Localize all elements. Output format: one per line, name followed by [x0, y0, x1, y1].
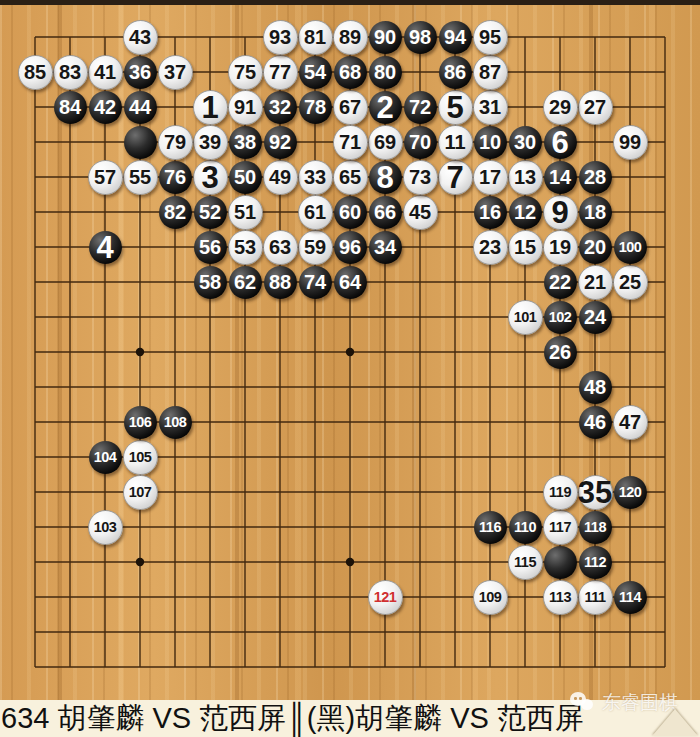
stone-81: 81 [298, 20, 333, 55]
stone-35: 35 [578, 475, 613, 510]
move-number: 88 [269, 272, 291, 292]
stone-29: 29 [543, 90, 578, 125]
move-number: 113 [549, 590, 571, 605]
move-number: 66 [374, 202, 396, 222]
move-number: 114 [619, 590, 641, 605]
move-number: 7 [446, 162, 463, 193]
move-number: 5 [446, 92, 463, 123]
stone-26: 26 [544, 336, 577, 369]
move-number: 73 [409, 167, 431, 187]
stone-17: 17 [473, 160, 508, 195]
stone-86: 86 [439, 56, 472, 89]
move-number: 38 [234, 132, 256, 152]
stone-107: 107 [123, 475, 158, 510]
stone-56: 56 [194, 231, 227, 264]
stone-121: 121 [368, 580, 403, 615]
stone-25: 25 [613, 265, 648, 300]
move-number: 27 [584, 97, 606, 117]
move-number: 92 [269, 132, 291, 152]
stone-33: 33 [298, 160, 333, 195]
move-number: 11 [444, 132, 465, 152]
stone-45: 45 [403, 195, 438, 230]
stone-109: 109 [473, 580, 508, 615]
stone-48: 48 [579, 371, 612, 404]
move-number: 76 [164, 167, 186, 187]
move-number: 96 [339, 237, 361, 257]
stone-62: 62 [229, 266, 262, 299]
stone-75: 75 [228, 55, 263, 90]
move-number: 4 [96, 232, 113, 263]
stone-61: 61 [298, 195, 333, 230]
stone-115: 115 [508, 545, 543, 580]
stone-50: 50 [229, 161, 262, 194]
stone-52: 52 [194, 196, 227, 229]
move-number: 82 [164, 202, 186, 222]
stone-53: 53 [228, 230, 263, 265]
stone-68: 68 [334, 56, 367, 89]
move-number: 26 [549, 342, 571, 362]
move-number: 29 [549, 97, 571, 117]
move-number: 63 [269, 237, 291, 257]
stone-101: 101 [508, 300, 543, 335]
scroll-top-button[interactable] [652, 709, 698, 736]
move-number: 112 [584, 555, 606, 570]
move-number: 109 [479, 590, 502, 605]
stone-57: 57 [88, 160, 123, 195]
move-number: 62 [234, 272, 256, 292]
stone-28: 28 [579, 161, 612, 194]
move-number: 17 [479, 167, 501, 187]
move-number: 110 [514, 520, 536, 535]
stone-58: 58 [194, 266, 227, 299]
move-number: 119 [549, 485, 571, 500]
stone-12: 12 [509, 196, 542, 229]
stones-layer: 1234567891011121314151617181920212223242… [18, 20, 683, 685]
move-number: 89 [339, 27, 361, 47]
move-number: 95 [479, 27, 501, 47]
move-number: 77 [269, 62, 291, 82]
stone-93: 93 [263, 20, 298, 55]
stone-106: 106 [124, 406, 157, 439]
stone-69: 69 [368, 125, 403, 160]
stone-51: 51 [228, 195, 263, 230]
setup-stone [124, 126, 157, 159]
stone-47: 47 [613, 405, 648, 440]
stone-108: 108 [159, 406, 192, 439]
move-number: 33 [304, 167, 326, 187]
move-number: 93 [269, 27, 291, 47]
stone-77: 77 [263, 55, 298, 90]
stone-110: 110 [509, 511, 542, 544]
move-number: 14 [549, 167, 571, 187]
stone-113: 113 [543, 580, 578, 615]
stone-84: 84 [54, 91, 87, 124]
move-number: 70 [409, 132, 431, 152]
stone-60: 60 [334, 196, 367, 229]
move-number: 120 [619, 485, 642, 500]
move-number: 79 [164, 132, 186, 152]
move-number: 22 [549, 272, 571, 292]
move-number: 15 [514, 237, 536, 257]
stone-32: 32 [264, 91, 297, 124]
move-number: 43 [129, 27, 151, 47]
move-number: 80 [374, 62, 396, 82]
move-number: 42 [94, 97, 116, 117]
stone-92: 92 [264, 126, 297, 159]
stone-87: 87 [473, 55, 508, 90]
move-number: 117 [549, 520, 571, 535]
move-number: 56 [199, 237, 221, 257]
stone-96: 96 [334, 231, 367, 264]
move-number: 64 [339, 272, 361, 292]
stone-15: 15 [508, 230, 543, 265]
move-number: 94 [444, 27, 466, 47]
stone-13: 13 [508, 160, 543, 195]
stone-23: 23 [473, 230, 508, 265]
move-number: 19 [549, 237, 571, 257]
stone-6: 6 [544, 126, 577, 159]
stone-30: 30 [509, 126, 542, 159]
stone-11: 11 [438, 125, 473, 160]
move-number: 98 [409, 27, 431, 47]
move-number: 68 [339, 62, 361, 82]
move-number: 37 [164, 62, 186, 82]
move-number: 107 [129, 485, 152, 500]
stone-76: 76 [159, 161, 192, 194]
stone-105: 105 [123, 440, 158, 475]
stone-99: 99 [613, 125, 648, 160]
move-number: 13 [514, 167, 536, 187]
move-number: 84 [59, 97, 81, 117]
stone-20: 20 [579, 231, 612, 264]
stone-85: 85 [18, 55, 53, 90]
move-number: 55 [129, 167, 151, 187]
stone-43: 43 [123, 20, 158, 55]
move-number: 115 [514, 555, 536, 570]
move-number: 41 [94, 62, 116, 82]
stone-42: 42 [89, 91, 122, 124]
move-number: 75 [234, 62, 256, 82]
move-number: 83 [59, 62, 81, 82]
move-number: 118 [584, 520, 606, 535]
stone-46: 46 [579, 406, 612, 439]
stone-79: 79 [158, 125, 193, 160]
move-number: 12 [514, 202, 536, 222]
move-number: 32 [269, 97, 291, 117]
stone-37: 37 [158, 55, 193, 90]
stone-54: 54 [299, 56, 332, 89]
stone-65: 65 [333, 160, 368, 195]
stone-44: 44 [124, 91, 157, 124]
stone-10: 10 [474, 126, 507, 159]
stone-111: 111 [578, 580, 613, 615]
move-number: 91 [234, 97, 256, 117]
stone-118: 118 [579, 511, 612, 544]
move-number: 101 [514, 310, 537, 325]
move-number: 67 [339, 97, 361, 117]
move-number: 18 [584, 202, 606, 222]
stone-18: 18 [579, 196, 612, 229]
move-number: 54 [304, 62, 326, 82]
stone-21: 21 [578, 265, 613, 300]
move-number: 105 [129, 450, 152, 465]
stone-55: 55 [123, 160, 158, 195]
stone-66: 66 [369, 196, 402, 229]
stone-89: 89 [333, 20, 368, 55]
move-number: 16 [479, 202, 501, 222]
move-number: 30 [514, 132, 536, 152]
move-number: 108 [164, 415, 187, 430]
move-number: 53 [234, 237, 256, 257]
move-number: 81 [304, 27, 326, 47]
stone-74: 74 [299, 266, 332, 299]
stone-64: 64 [334, 266, 367, 299]
move-number: 111 [584, 590, 605, 605]
stone-36: 36 [124, 56, 157, 89]
stone-98: 98 [404, 21, 437, 54]
stone-120: 120 [614, 476, 647, 509]
move-number: 58 [199, 272, 221, 292]
stone-104: 104 [89, 441, 122, 474]
move-number: 121 [374, 590, 397, 605]
stone-78: 78 [299, 91, 332, 124]
stone-38: 38 [229, 126, 262, 159]
move-number: 85 [24, 62, 46, 82]
stone-103: 103 [88, 510, 123, 545]
stone-67: 67 [333, 90, 368, 125]
stone-5: 5 [438, 90, 473, 125]
move-number: 50 [234, 167, 256, 187]
stone-83: 83 [53, 55, 88, 90]
stone-95: 95 [473, 20, 508, 55]
move-number: 34 [374, 237, 396, 257]
stone-91: 91 [228, 90, 263, 125]
stone-3: 3 [193, 160, 228, 195]
caption-bar: 634 胡肇麟 VS 范西屏║(黑)胡肇麟 VS 范西屏 [0, 700, 700, 737]
move-number: 46 [584, 412, 606, 432]
move-number: 10 [479, 132, 501, 152]
stone-114: 114 [614, 581, 647, 614]
stone-1: 1 [193, 90, 228, 125]
move-number: 60 [339, 202, 361, 222]
move-number: 87 [479, 62, 501, 82]
stone-14: 14 [544, 161, 577, 194]
stone-22: 22 [544, 266, 577, 299]
move-number: 69 [374, 132, 396, 152]
move-number: 24 [584, 307, 606, 327]
stone-117: 117 [543, 510, 578, 545]
move-number: 28 [584, 167, 606, 187]
move-number: 1 [201, 92, 218, 123]
setup-stone [544, 546, 577, 579]
stone-34: 34 [369, 231, 402, 264]
move-number: 36 [129, 62, 151, 82]
stone-119: 119 [543, 475, 578, 510]
move-number: 6 [551, 127, 568, 158]
move-number: 57 [94, 167, 116, 187]
stone-39: 39 [193, 125, 228, 160]
stone-59: 59 [298, 230, 333, 265]
move-number: 44 [129, 97, 151, 117]
move-number: 61 [304, 202, 326, 222]
move-number: 116 [479, 520, 501, 535]
stone-90: 90 [369, 21, 402, 54]
stone-70: 70 [404, 126, 437, 159]
stone-16: 16 [474, 196, 507, 229]
stone-27: 27 [578, 90, 613, 125]
go-app-screen: 1234567891011121314151617181920212223242… [0, 0, 700, 737]
move-number: 2 [376, 92, 393, 123]
move-number: 71 [339, 132, 361, 152]
move-number: 51 [234, 202, 256, 222]
top-border-band [0, 0, 700, 5]
go-board[interactable]: 1234567891011121314151617181920212223242… [0, 0, 700, 700]
stone-72: 72 [404, 91, 437, 124]
move-number: 21 [584, 272, 606, 292]
move-number: 45 [409, 202, 431, 222]
stone-19: 19 [543, 230, 578, 265]
move-number: 86 [444, 62, 466, 82]
move-number: 3 [201, 162, 218, 193]
stone-73: 73 [403, 160, 438, 195]
move-number: 78 [304, 97, 326, 117]
move-number: 106 [129, 415, 152, 430]
stone-41: 41 [88, 55, 123, 90]
move-number: 59 [304, 237, 326, 257]
move-number: 100 [619, 240, 642, 255]
move-number: 103 [94, 520, 117, 535]
stone-49: 49 [263, 160, 298, 195]
move-number: 65 [339, 167, 361, 187]
stone-7: 7 [438, 160, 473, 195]
move-number: 49 [269, 167, 291, 187]
stone-31: 31 [473, 90, 508, 125]
move-number: 99 [619, 132, 641, 152]
stone-24: 24 [579, 301, 612, 334]
stone-8: 8 [369, 161, 402, 194]
stone-88: 88 [264, 266, 297, 299]
move-number: 52 [199, 202, 221, 222]
move-number: 47 [619, 412, 641, 432]
move-number: 35 [578, 477, 612, 508]
move-number: 8 [376, 162, 393, 193]
move-number: 102 [549, 310, 572, 325]
stone-82: 82 [159, 196, 192, 229]
stone-63: 63 [263, 230, 298, 265]
move-number: 39 [199, 132, 221, 152]
game-title-text: 634 胡肇麟 VS 范西屏║(黑)胡肇麟 VS 范西屏 [0, 699, 584, 737]
stone-80: 80 [369, 56, 402, 89]
stone-102: 102 [544, 301, 577, 334]
stone-2: 2 [369, 91, 402, 124]
stone-112: 112 [579, 546, 612, 579]
move-number: 23 [479, 237, 501, 257]
stone-71: 71 [333, 125, 368, 160]
move-number: 72 [409, 97, 431, 117]
move-number: 25 [619, 272, 641, 292]
move-number: 104 [94, 450, 117, 465]
move-number: 20 [584, 237, 606, 257]
move-number: 48 [584, 377, 606, 397]
stone-116: 116 [474, 511, 507, 544]
stone-9: 9 [543, 195, 578, 230]
stone-94: 94 [439, 21, 472, 54]
stone-4: 4 [89, 231, 122, 264]
move-number: 9 [551, 197, 568, 228]
move-number: 90 [374, 27, 396, 47]
stone-100: 100 [614, 231, 647, 264]
move-number: 31 [479, 97, 501, 117]
move-number: 74 [304, 272, 326, 292]
